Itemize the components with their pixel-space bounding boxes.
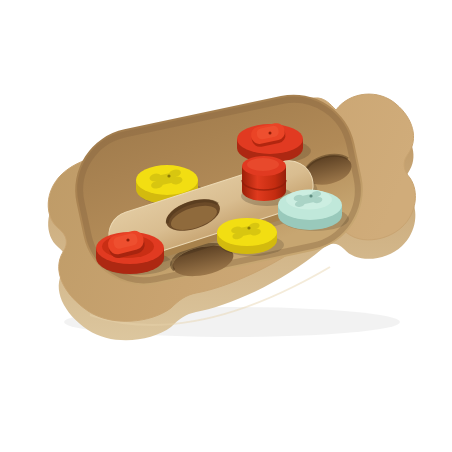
- disc-center-hole: [269, 132, 272, 135]
- product-photo: [0, 0, 452, 452]
- puzzle-board-scene: [0, 0, 452, 452]
- disc-center-hole: [247, 226, 250, 229]
- disc-center-hole: [309, 194, 312, 197]
- disc-center-hole: [167, 174, 170, 177]
- disc-center-hole: [126, 238, 129, 241]
